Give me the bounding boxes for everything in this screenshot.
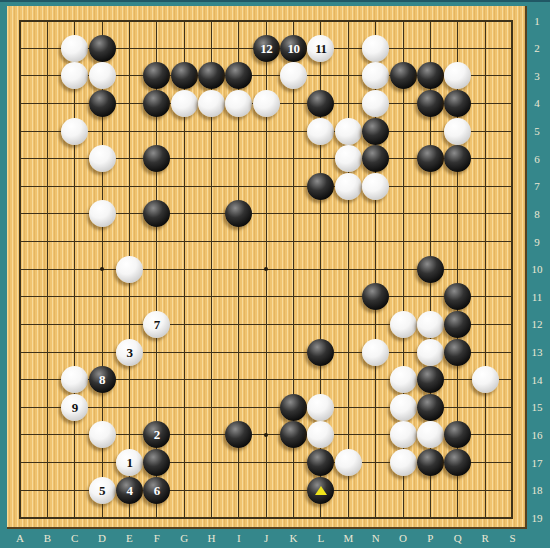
black-stone-d4[interactable] xyxy=(89,90,116,117)
row-label-12: 12 xyxy=(526,317,548,331)
white-stone-l5[interactable] xyxy=(307,118,334,145)
row-label-8: 8 xyxy=(526,207,548,221)
column-label-a: A xyxy=(9,531,31,545)
grid-line-vertical xyxy=(348,20,349,519)
black-stone-n6[interactable] xyxy=(362,145,389,172)
row-label-2: 2 xyxy=(526,41,548,55)
white-stone-d18[interactable]: 5 xyxy=(89,477,116,504)
black-stone-n5[interactable] xyxy=(362,118,389,145)
black-stone-l17[interactable] xyxy=(307,449,334,476)
white-stone-q5[interactable] xyxy=(444,118,471,145)
column-label-b: B xyxy=(36,531,58,545)
white-stone-o17[interactable] xyxy=(390,449,417,476)
grid-line-horizontal xyxy=(19,296,513,297)
row-label-17: 17 xyxy=(526,456,548,470)
column-label-r: R xyxy=(474,531,496,545)
column-label-j: J xyxy=(255,531,277,545)
white-stone-h4[interactable] xyxy=(198,90,225,117)
white-stone-j4[interactable] xyxy=(253,90,280,117)
white-stone-n3[interactable] xyxy=(362,62,389,89)
column-label-o: O xyxy=(392,531,414,545)
black-stone-f18[interactable]: 6 xyxy=(143,477,170,504)
row-label-1: 1 xyxy=(526,14,548,28)
white-stone-d3[interactable] xyxy=(89,62,116,89)
white-stone-m17[interactable] xyxy=(335,449,362,476)
black-stone-i3[interactable] xyxy=(225,62,252,89)
black-stone-k16[interactable] xyxy=(280,421,307,448)
black-stone-h3[interactable] xyxy=(198,62,225,89)
black-stone-p6[interactable] xyxy=(417,145,444,172)
white-stone-c3[interactable] xyxy=(61,62,88,89)
black-stone-q6[interactable] xyxy=(444,145,471,172)
black-stone-o3[interactable] xyxy=(390,62,417,89)
move-number-label: 7 xyxy=(143,311,170,338)
row-label-4: 4 xyxy=(526,96,548,110)
move-number-label: 10 xyxy=(280,35,307,62)
grid-line-vertical xyxy=(511,20,513,519)
white-stone-i4[interactable] xyxy=(225,90,252,117)
move-number-label: 1 xyxy=(116,449,143,476)
black-stone-l18[interactable] xyxy=(307,477,334,504)
white-stone-p12[interactable] xyxy=(417,311,444,338)
black-stone-q13[interactable] xyxy=(444,339,471,366)
white-stone-n4[interactable] xyxy=(362,90,389,117)
column-label-g: G xyxy=(173,531,195,545)
star-point xyxy=(100,267,104,271)
black-stone-f6[interactable] xyxy=(143,145,170,172)
white-stone-o12[interactable] xyxy=(390,311,417,338)
row-label-19: 19 xyxy=(526,511,548,525)
white-stone-d8[interactable] xyxy=(89,200,116,227)
column-label-f: F xyxy=(146,531,168,545)
black-stone-n11[interactable] xyxy=(362,283,389,310)
row-label-9: 9 xyxy=(526,235,548,249)
black-stone-f17[interactable] xyxy=(143,449,170,476)
black-stone-p17[interactable] xyxy=(417,449,444,476)
black-stone-p14[interactable] xyxy=(417,366,444,393)
row-label-14: 14 xyxy=(526,373,548,387)
row-label-15: 15 xyxy=(526,400,548,414)
black-stone-f8[interactable] xyxy=(143,200,170,227)
black-stone-f16[interactable]: 2 xyxy=(143,421,170,448)
black-stone-e18[interactable]: 4 xyxy=(116,477,143,504)
black-stone-d14[interactable]: 8 xyxy=(89,366,116,393)
row-label-3: 3 xyxy=(526,69,548,83)
white-stone-d16[interactable] xyxy=(89,421,116,448)
column-label-d: D xyxy=(91,531,113,545)
row-label-10: 10 xyxy=(526,262,548,276)
white-stone-o15[interactable] xyxy=(390,394,417,421)
row-label-11: 11 xyxy=(526,290,548,304)
grid-line-horizontal xyxy=(19,517,513,519)
move-number-label: 8 xyxy=(89,366,116,393)
white-stone-n2[interactable] xyxy=(362,35,389,62)
white-stone-q3[interactable] xyxy=(444,62,471,89)
black-stone-q11[interactable] xyxy=(444,283,471,310)
column-label-p: P xyxy=(419,531,441,545)
white-stone-r14[interactable] xyxy=(472,366,499,393)
black-stone-i8[interactable] xyxy=(225,200,252,227)
black-stone-q12[interactable] xyxy=(444,311,471,338)
black-stone-p15[interactable] xyxy=(417,394,444,421)
black-stone-p3[interactable] xyxy=(417,62,444,89)
column-label-e: E xyxy=(118,531,140,545)
column-label-n: N xyxy=(365,531,387,545)
black-stone-k2[interactable]: 10 xyxy=(280,35,307,62)
row-label-16: 16 xyxy=(526,428,548,442)
white-stone-p13[interactable] xyxy=(417,339,444,366)
move-number-label: 6 xyxy=(143,477,170,504)
column-label-c: C xyxy=(64,531,86,545)
white-stone-m6[interactable] xyxy=(335,145,362,172)
move-number-label: 4 xyxy=(116,477,143,504)
white-stone-m7[interactable] xyxy=(335,173,362,200)
white-stone-n13[interactable] xyxy=(362,339,389,366)
black-stone-g3[interactable] xyxy=(171,62,198,89)
white-stone-l15[interactable] xyxy=(307,394,334,421)
black-stone-l7[interactable] xyxy=(307,173,334,200)
move-number-label: 9 xyxy=(61,394,88,421)
black-stone-j2[interactable]: 12 xyxy=(253,35,280,62)
move-number-label: 2 xyxy=(143,421,170,448)
white-stone-n7[interactable] xyxy=(362,173,389,200)
column-label-q: Q xyxy=(447,531,469,545)
column-label-l: L xyxy=(310,531,332,545)
triangle-marker-icon xyxy=(315,486,327,495)
black-stone-p10[interactable] xyxy=(417,256,444,283)
black-stone-f3[interactable] xyxy=(143,62,170,89)
white-stone-g4[interactable] xyxy=(171,90,198,117)
white-stone-c14[interactable] xyxy=(61,366,88,393)
black-stone-q17[interactable] xyxy=(444,449,471,476)
move-number-label: 12 xyxy=(253,35,280,62)
black-stone-l13[interactable] xyxy=(307,339,334,366)
white-stone-d6[interactable] xyxy=(89,145,116,172)
white-stone-e17[interactable]: 1 xyxy=(116,449,143,476)
row-label-18: 18 xyxy=(526,483,548,497)
white-stone-c15[interactable]: 9 xyxy=(61,394,88,421)
move-number-label: 5 xyxy=(89,477,116,504)
black-stone-f4[interactable] xyxy=(143,90,170,117)
white-stone-c2[interactable] xyxy=(61,35,88,62)
white-stone-o14[interactable] xyxy=(390,366,417,393)
white-stone-l16[interactable] xyxy=(307,421,334,448)
move-number-label: 3 xyxy=(116,339,143,366)
black-stone-l4[interactable] xyxy=(307,90,334,117)
white-stone-k3[interactable] xyxy=(280,62,307,89)
white-stone-l2[interactable]: 11 xyxy=(307,35,334,62)
black-stone-q4[interactable] xyxy=(444,90,471,117)
row-label-13: 13 xyxy=(526,345,548,359)
column-label-i: I xyxy=(228,531,250,545)
row-label-6: 6 xyxy=(526,152,548,166)
column-label-k: K xyxy=(283,531,305,545)
white-stone-m5[interactable] xyxy=(335,118,362,145)
white-stone-c5[interactable] xyxy=(61,118,88,145)
column-label-s: S xyxy=(501,531,523,545)
star-point xyxy=(264,267,268,271)
white-stone-p16[interactable] xyxy=(417,421,444,448)
black-stone-q16[interactable] xyxy=(444,421,471,448)
row-label-7: 7 xyxy=(526,179,548,193)
star-point xyxy=(264,433,268,437)
black-stone-k15[interactable] xyxy=(280,394,307,421)
black-stone-i16[interactable] xyxy=(225,421,252,448)
white-stone-e10[interactable] xyxy=(116,256,143,283)
black-stone-d2[interactable] xyxy=(89,35,116,62)
go-board[interactable]: 121011738921546 xyxy=(7,6,527,529)
grid-line-vertical xyxy=(485,20,486,519)
go-diagram-frame: 121011738921546 ABCDEFGHIJKLMNOPQRS12345… xyxy=(0,0,550,548)
black-stone-p4[interactable] xyxy=(417,90,444,117)
move-number-label: 11 xyxy=(307,35,334,62)
white-stone-e13[interactable]: 3 xyxy=(116,339,143,366)
white-stone-f12[interactable]: 7 xyxy=(143,311,170,338)
column-label-h: H xyxy=(201,531,223,545)
column-label-m: M xyxy=(337,531,359,545)
row-label-5: 5 xyxy=(526,124,548,138)
white-stone-o16[interactable] xyxy=(390,421,417,448)
